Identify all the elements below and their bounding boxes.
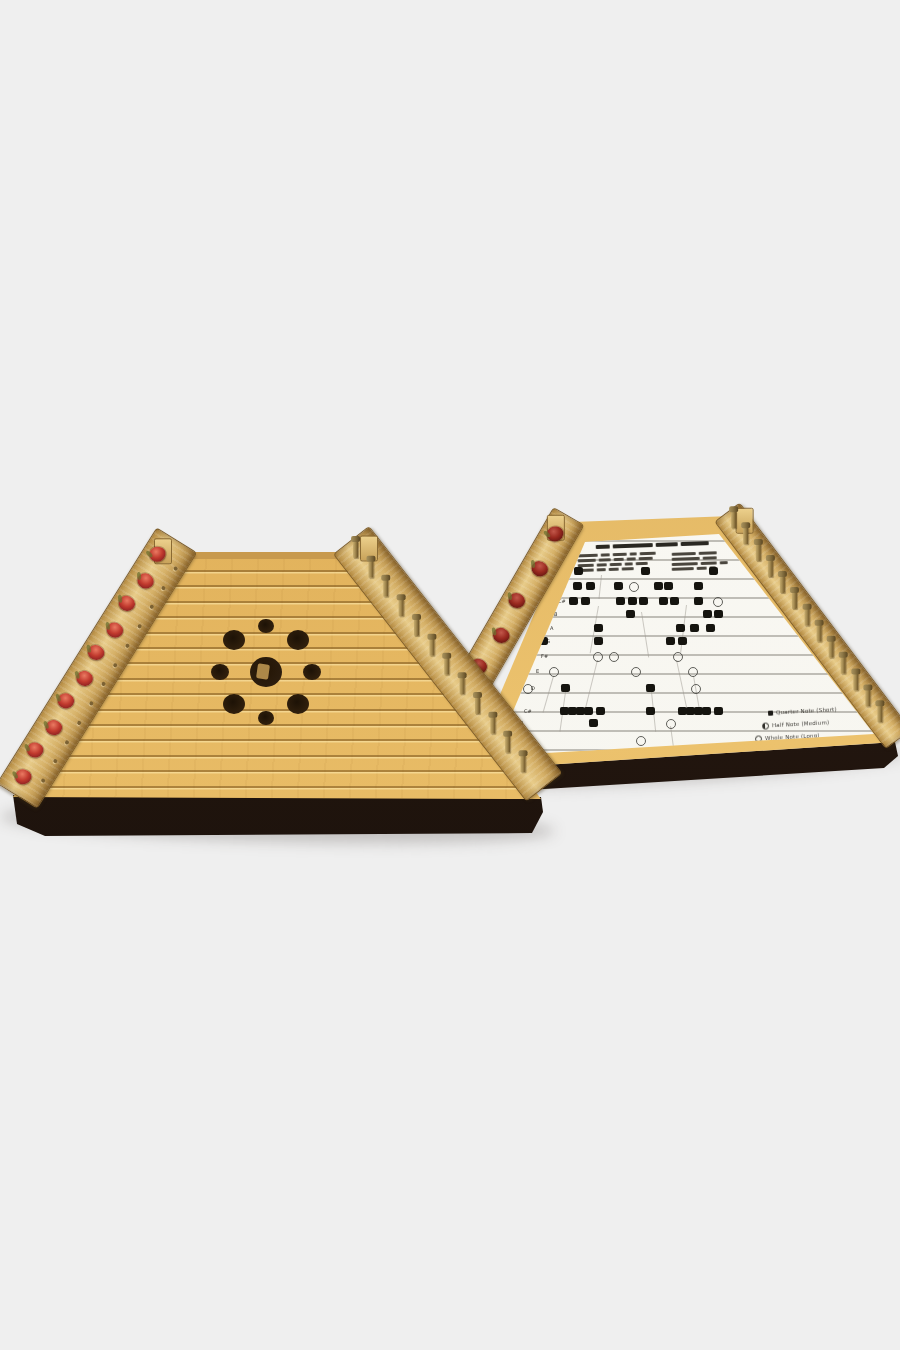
tuning-pin-anchor (444, 672, 449, 677)
tuning-pin-anchor (459, 691, 464, 696)
tuning-pin-anchor (474, 711, 479, 716)
tuning-pin-anchor (505, 750, 510, 755)
hitch-pin (52, 759, 58, 765)
hitch-pin (173, 566, 179, 572)
tuning-pin (353, 541, 358, 558)
tuning-pin (445, 658, 450, 675)
tuning-pin-anchor (398, 613, 403, 618)
lap-harp-front (0, 0, 900, 1350)
tuning-pin (475, 697, 480, 714)
tuning-pin (429, 638, 434, 655)
rosette-center-detail (256, 663, 270, 680)
tuning-pin-anchor (429, 652, 434, 657)
flower-decoration (43, 717, 64, 738)
tuning-pin (506, 736, 511, 753)
flower-decoration (104, 619, 126, 641)
tuning-pin-anchor (490, 730, 495, 735)
hitch-pin (161, 585, 167, 591)
hitch-pin (101, 682, 107, 688)
flower-decoration (13, 767, 34, 787)
hitch-pin (113, 662, 119, 668)
hitch-pin (40, 778, 46, 784)
sound-hole (223, 630, 245, 650)
tuning-pin (384, 580, 389, 597)
tuning-pin (369, 560, 374, 577)
sound-hole (287, 630, 309, 650)
sound-hole (287, 694, 309, 714)
lap-harps-photo-scene: EDC#BAGF#EDC#BAQuarter Note (Short)Half … (0, 0, 900, 1350)
hitch-pin (149, 604, 155, 610)
tuning-pin-anchor (383, 594, 388, 599)
rosette-center-hole (250, 657, 282, 687)
hitch-pin (77, 720, 83, 726)
hitch-pin (64, 739, 70, 745)
flower-decoration (24, 740, 45, 761)
tuning-pin-anchor (353, 555, 358, 560)
tuning-pin (399, 599, 404, 616)
tuning-pin (460, 677, 465, 694)
sound-hole (211, 664, 229, 681)
sound-hole (258, 711, 274, 726)
tuning-pin-anchor (520, 769, 525, 774)
sound-hole (303, 664, 321, 681)
product-photo-page: EDC#BAGF#EDC#BAQuarter Note (Short)Half … (0, 0, 900, 1350)
tuning-pin-anchor (368, 574, 373, 579)
hitch-pin (89, 701, 95, 707)
flower-decoration (116, 592, 138, 614)
hitch-pin (137, 624, 143, 630)
sound-hole (258, 619, 274, 634)
tuning-pin (414, 619, 419, 636)
tuning-pin-anchor (413, 633, 418, 638)
flower-decoration (85, 641, 107, 663)
hitch-pin (125, 643, 131, 649)
tuning-pin (521, 755, 526, 772)
flower-decoration (135, 570, 157, 592)
flower-decoration (73, 668, 95, 690)
flower-decoration (55, 691, 77, 712)
tuning-pin (490, 716, 495, 733)
sound-hole (223, 694, 245, 714)
